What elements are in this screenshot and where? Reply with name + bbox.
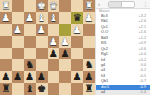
board-square-h8[interactable]: ♜ [0,83,12,95]
black-rook-piece: ♜ [83,83,95,95]
board-square-g1[interactable] [12,0,24,12]
board-square-g7[interactable]: ♟ [12,71,24,83]
chess-board[interactable]: ♜♚♛♜♟♟♝♝♛♟♟♟♟♟♟♟♟♞♞♟♟♟♟♟♟♜♝♚♜ [0,0,95,95]
board-square-f3[interactable] [24,24,36,36]
board-square-a2[interactable]: ♟ [83,12,95,24]
black-pawn-piece: ♟ [71,71,83,83]
board-square-e4[interactable] [36,36,48,48]
white-bishop-piece: ♝ [36,12,48,24]
segment-moves[interactable] [109,2,122,7]
board-square-a1[interactable]: ♜ [83,0,95,12]
black-knight-piece: ♞ [83,59,95,71]
board-square-f2[interactable]: ♟ [24,12,36,24]
white-rook-piece: ♜ [0,0,12,12]
move-label: a4 [101,90,105,95]
board-square-g5[interactable] [12,48,24,60]
board-square-f6[interactable]: ♞ [24,59,36,71]
black-pawn-piece: ♟ [0,71,12,83]
board-square-f7[interactable]: ♟ [24,71,36,83]
board-square-g4[interactable] [12,36,24,48]
segment-info[interactable] [122,2,134,7]
board-square-h4[interactable] [0,36,12,48]
board-square-a3[interactable] [83,24,95,36]
board-square-d4[interactable]: ♟ [48,36,60,48]
move-list: Bc3+3.2Rb1+2.6Qc1+2.1O-O+1.6Bd3+1.2Kf1+0… [96,14,150,95]
board-square-f8[interactable]: ♝ [24,83,36,95]
move-list-row[interactable]: a4-1.4 [96,90,150,95]
board-square-e8[interactable]: ♚ [36,83,48,95]
white-pawn-piece: ♟ [71,24,83,36]
white-queen-piece: ♛ [48,0,60,12]
board-square-c8[interactable] [59,83,71,95]
board-square-e2[interactable]: ♝ [36,12,48,24]
white-bishop-piece: ♝ [48,12,60,24]
board-square-c6[interactable] [59,59,71,71]
board-square-a7[interactable]: ♟ [83,71,95,83]
white-pawn-piece: ♟ [48,36,60,48]
black-king-piece: ♚ [36,83,48,95]
black-pawn-piece: ♟ [36,71,48,83]
board-square-f5[interactable] [24,48,36,60]
board-square-c3[interactable] [59,24,71,36]
white-king-piece: ♚ [36,0,48,12]
board-square-h5[interactable] [0,48,12,60]
board-square-a8[interactable]: ♜ [83,83,95,95]
board-square-d6[interactable] [48,59,60,71]
black-queen-piece: ♛ [71,12,83,24]
white-pawn-piece: ♟ [59,36,71,48]
board-square-c5[interactable]: ♟ [59,48,71,60]
board-square-b6[interactable] [71,59,83,71]
board-square-b1[interactable] [71,0,83,12]
board-square-c7[interactable] [59,71,71,83]
board-square-a6[interactable]: ♞ [83,59,95,71]
board-square-g8[interactable] [12,83,24,95]
black-knight-piece: ♞ [24,59,36,71]
black-rook-piece: ♜ [0,83,12,95]
board-square-d5[interactable]: ♟ [48,48,60,60]
board-square-d2[interactable]: ♝ [48,12,60,24]
chess-app-window: ♜♚♛♜♟♟♝♝♛♟♟♟♟♟♟♟♟♞♞♟♟♟♟♟♟♜♝♚♜ ‹ ⋮ Moves … [0,0,150,95]
board-square-h7[interactable]: ♟ [0,71,12,83]
board-square-c2[interactable] [59,12,71,24]
board-square-c1[interactable] [59,0,71,12]
white-rook-piece: ♜ [83,0,95,12]
panel-toolbar: ‹ ⋮ [96,0,150,9]
black-pawn-piece: ♟ [48,48,60,60]
board-square-b8[interactable] [71,83,83,95]
menu-dots-icon[interactable]: ⋮ [143,0,148,8]
board-square-d7[interactable] [48,71,60,83]
board-square-d8[interactable] [48,83,60,95]
move-value: -1.4 [139,90,146,95]
board-square-f1[interactable] [24,0,36,12]
board-square-c4[interactable]: ♟ [59,36,71,48]
board-square-e5[interactable] [36,48,48,60]
board-square-b3[interactable]: ♟ [71,24,83,36]
board-square-d1[interactable]: ♛ [48,0,60,12]
black-pawn-piece: ♟ [59,48,71,60]
white-pawn-piece: ♟ [24,12,36,24]
side-panel: ‹ ⋮ Moves Bc3+3.2Rb1+2.6Qc1+2.1O-O+1.6Bd… [95,0,150,95]
black-pawn-piece: ♟ [12,71,24,83]
board-square-e7[interactable]: ♟ [36,71,48,83]
board-square-e1[interactable]: ♚ [36,0,48,12]
board-square-g3[interactable]: ♟ [12,24,24,36]
board-square-f4[interactable] [24,36,36,48]
white-pawn-piece: ♟ [83,12,95,24]
white-pawn-piece: ♟ [12,24,24,36]
board-square-b2[interactable]: ♛ [71,12,83,24]
board-square-e3[interactable]: ♟ [36,24,48,36]
board-square-h2[interactable]: ♟ [0,12,12,24]
board-square-a5[interactable] [83,48,95,60]
board-square-a4[interactable] [83,36,95,48]
board-square-h6[interactable] [0,59,12,71]
white-pawn-piece: ♟ [0,12,12,24]
board-square-e6[interactable] [36,59,48,71]
view-segmented-control[interactable] [108,1,135,8]
board-square-b7[interactable]: ♟ [71,71,83,83]
back-icon[interactable]: ‹ [98,0,100,8]
board-square-b5[interactable] [71,48,83,60]
board-square-h1[interactable]: ♜ [0,0,12,12]
board-square-d3[interactable] [48,24,60,36]
board-square-b4[interactable] [71,36,83,48]
board-square-g6[interactable] [12,59,24,71]
board-square-h3[interactable] [0,24,12,36]
board-square-g2[interactable] [12,12,24,24]
black-pawn-piece: ♟ [83,71,95,83]
black-pawn-piece: ♟ [24,71,36,83]
black-bishop-piece: ♝ [24,83,36,95]
white-pawn-piece: ♟ [36,24,48,36]
